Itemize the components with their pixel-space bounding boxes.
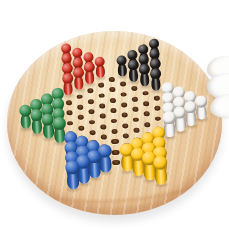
board-hole[interactable] [154, 116, 161, 121]
board-hole[interactable] [112, 149, 119, 155]
board-hole[interactable] [110, 118, 117, 123]
board-hole[interactable] [132, 107, 139, 112]
board-hole[interactable] [121, 102, 128, 107]
peg-head [195, 95, 208, 107]
board-hole[interactable] [99, 103, 106, 108]
peg-head [94, 56, 105, 67]
peg-head [127, 59, 138, 70]
peg-black[interactable] [116, 55, 128, 77]
board-hole[interactable] [111, 139, 118, 145]
peg-head [65, 160, 80, 175]
board-hole[interactable] [77, 115, 84, 120]
peg-red[interactable] [73, 67, 85, 90]
board-hole[interactable] [111, 129, 118, 134]
board-hole[interactable] [76, 94, 83, 99]
board-hole[interactable] [132, 117, 139, 122]
board-hole[interactable] [66, 100, 73, 105]
board-hole[interactable] [144, 122, 151, 127]
board-hole[interactable] [89, 130, 96, 135]
peg-red[interactable] [84, 62, 96, 84]
peg-yellow[interactable] [153, 156, 169, 186]
board-hole[interactable] [131, 86, 138, 91]
peg-head [73, 67, 84, 78]
board-hole[interactable] [109, 87, 116, 92]
board-hole[interactable] [143, 101, 150, 106]
board-hole[interactable] [153, 95, 160, 100]
peg-red[interactable] [94, 56, 106, 78]
peg-head [62, 73, 74, 84]
board-hole[interactable] [112, 160, 120, 166]
board-hole[interactable] [110, 108, 117, 113]
board-hole[interactable] [122, 133, 129, 138]
board-hole[interactable] [142, 91, 149, 96]
board-hole[interactable] [87, 88, 94, 93]
peg-grid [0, 0, 229, 229]
peg-blue[interactable] [65, 160, 81, 190]
board-hole[interactable] [100, 124, 107, 129]
board-hole[interactable] [120, 92, 127, 97]
board-hole[interactable] [98, 83, 105, 88]
board-hole[interactable] [88, 99, 95, 104]
board-hole[interactable] [122, 123, 129, 128]
peg-head [184, 100, 197, 113]
peg-head [116, 55, 127, 66]
peg-head [162, 111, 175, 124]
peg-black[interactable] [139, 64, 151, 87]
peg-body [96, 65, 106, 79]
peg-red[interactable] [62, 73, 74, 96]
peg-head [84, 62, 95, 73]
peg-black[interactable] [150, 68, 162, 91]
board-hole[interactable] [109, 77, 115, 82]
board-hole[interactable] [78, 125, 85, 130]
board-hole[interactable] [88, 109, 95, 114]
scene [0, 0, 229, 229]
board-hole[interactable] [77, 105, 84, 110]
board-hole[interactable] [110, 98, 117, 103]
board-hole[interactable] [98, 93, 105, 98]
board-hole[interactable] [120, 82, 127, 87]
board-hole[interactable] [66, 110, 73, 115]
board-hole[interactable] [121, 113, 128, 118]
board-hole[interactable] [99, 114, 106, 119]
board-hole[interactable] [100, 134, 107, 139]
board-hole[interactable] [154, 106, 161, 111]
peg-head [153, 156, 168, 171]
board-hole[interactable] [67, 121, 74, 126]
peg-head [139, 64, 150, 75]
peg-head [150, 68, 162, 79]
peg-head [52, 117, 65, 130]
peg-body [117, 63, 127, 77]
board-hole[interactable] [133, 128, 140, 133]
board-hole[interactable] [131, 97, 138, 102]
board-hole[interactable] [143, 111, 150, 116]
peg-black[interactable] [127, 59, 139, 81]
board-hole[interactable] [88, 119, 95, 124]
